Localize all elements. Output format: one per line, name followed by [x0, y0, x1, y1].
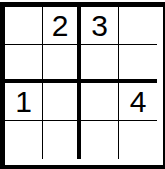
- cell-r3c1[interactable]: 1: [5, 83, 43, 121]
- cell-r1c2[interactable]: 2: [43, 7, 81, 45]
- cell-r1c4[interactable]: [119, 7, 157, 45]
- cell-r3c4[interactable]: 4: [119, 83, 157, 121]
- cell-r4c2[interactable]: [43, 121, 81, 159]
- cell-r2c2[interactable]: [43, 45, 81, 83]
- cell-r3c2[interactable]: [43, 83, 81, 121]
- cell-r1c3[interactable]: 3: [81, 7, 119, 45]
- cell-r3c3[interactable]: [81, 83, 119, 121]
- cell-r4c4[interactable]: [119, 121, 157, 159]
- cell-r4c3[interactable]: [81, 121, 119, 159]
- cell-r2c3[interactable]: [81, 45, 119, 83]
- sudoku-page: 2 3 1 4: [0, 0, 165, 169]
- cell-r1c1[interactable]: [5, 7, 43, 45]
- sudoku-board: 2 3 1 4: [0, 2, 165, 169]
- cell-r2c1[interactable]: [5, 45, 43, 83]
- cell-r2c4[interactable]: [119, 45, 157, 83]
- cell-r4c1[interactable]: [5, 121, 43, 159]
